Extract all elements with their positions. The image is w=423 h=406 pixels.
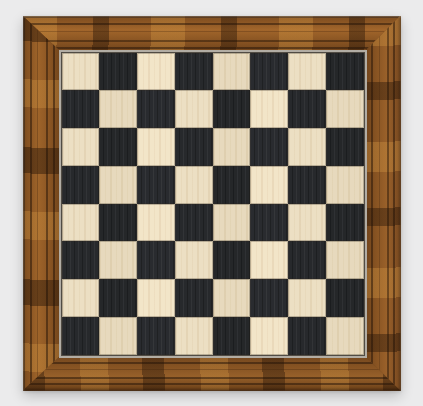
- square-a6[interactable]: [62, 128, 100, 166]
- square-b4[interactable]: [99, 204, 137, 242]
- square-h8[interactable]: [326, 53, 364, 91]
- square-a5[interactable]: [62, 166, 100, 204]
- square-h7[interactable]: [326, 90, 364, 128]
- square-a1[interactable]: [62, 317, 100, 355]
- square-h2[interactable]: [326, 279, 364, 317]
- square-b7[interactable]: [99, 90, 137, 128]
- frame-rail-left: [23, 16, 61, 391]
- square-a8[interactable]: [62, 53, 100, 91]
- square-e1[interactable]: [213, 317, 251, 355]
- square-f8[interactable]: [250, 53, 288, 91]
- square-b8[interactable]: [99, 53, 137, 91]
- square-h3[interactable]: [326, 241, 364, 279]
- square-e2[interactable]: [213, 279, 251, 317]
- square-d1[interactable]: [175, 317, 213, 355]
- square-a7[interactable]: [62, 90, 100, 128]
- squares-grid: [62, 53, 364, 355]
- square-c3[interactable]: [137, 241, 175, 279]
- square-f3[interactable]: [250, 241, 288, 279]
- chess-board: [23, 16, 401, 391]
- square-f5[interactable]: [250, 166, 288, 204]
- square-a4[interactable]: [62, 204, 100, 242]
- square-c2[interactable]: [137, 279, 175, 317]
- square-e7[interactable]: [213, 90, 251, 128]
- square-e6[interactable]: [213, 128, 251, 166]
- frame-rail-bottom: [23, 356, 401, 391]
- square-d7[interactable]: [175, 90, 213, 128]
- square-c7[interactable]: [137, 90, 175, 128]
- square-d6[interactable]: [175, 128, 213, 166]
- square-e8[interactable]: [213, 53, 251, 91]
- square-b5[interactable]: [99, 166, 137, 204]
- square-f4[interactable]: [250, 204, 288, 242]
- square-b2[interactable]: [99, 279, 137, 317]
- square-c1[interactable]: [137, 317, 175, 355]
- square-e5[interactable]: [213, 166, 251, 204]
- square-d4[interactable]: [175, 204, 213, 242]
- square-g2[interactable]: [288, 279, 326, 317]
- square-d3[interactable]: [175, 241, 213, 279]
- square-e3[interactable]: [213, 241, 251, 279]
- square-g3[interactable]: [288, 241, 326, 279]
- square-b1[interactable]: [99, 317, 137, 355]
- frame-rail-right: [365, 16, 401, 391]
- square-b3[interactable]: [99, 241, 137, 279]
- square-g8[interactable]: [288, 53, 326, 91]
- square-b6[interactable]: [99, 128, 137, 166]
- frame-rail-top: [23, 16, 401, 52]
- square-h5[interactable]: [326, 166, 364, 204]
- square-a2[interactable]: [62, 279, 100, 317]
- square-h6[interactable]: [326, 128, 364, 166]
- square-f1[interactable]: [250, 317, 288, 355]
- playing-area: [61, 52, 365, 356]
- square-c6[interactable]: [137, 128, 175, 166]
- square-d8[interactable]: [175, 53, 213, 91]
- square-d2[interactable]: [175, 279, 213, 317]
- page-background: { "game": "chess", "variant": "standard"…: [0, 0, 423, 406]
- square-c5[interactable]: [137, 166, 175, 204]
- square-e4[interactable]: [213, 204, 251, 242]
- square-f6[interactable]: [250, 128, 288, 166]
- square-g7[interactable]: [288, 90, 326, 128]
- square-g4[interactable]: [288, 204, 326, 242]
- square-h4[interactable]: [326, 204, 364, 242]
- square-f7[interactable]: [250, 90, 288, 128]
- square-g1[interactable]: [288, 317, 326, 355]
- square-c4[interactable]: [137, 204, 175, 242]
- square-f2[interactable]: [250, 279, 288, 317]
- square-h1[interactable]: [326, 317, 364, 355]
- square-g5[interactable]: [288, 166, 326, 204]
- square-a3[interactable]: [62, 241, 100, 279]
- square-d5[interactable]: [175, 166, 213, 204]
- square-g6[interactable]: [288, 128, 326, 166]
- square-c8[interactable]: [137, 53, 175, 91]
